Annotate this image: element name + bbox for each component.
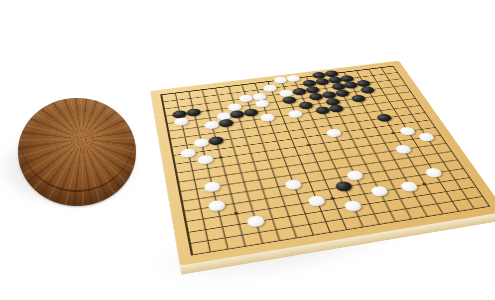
stone-black[interactable] <box>207 136 224 146</box>
stone-white[interactable] <box>345 169 365 180</box>
stone-white[interactable] <box>424 167 445 178</box>
hoshi-point <box>205 109 209 111</box>
stone-white[interactable] <box>173 117 189 126</box>
stone-black[interactable] <box>359 86 376 94</box>
stone-white[interactable] <box>284 178 303 190</box>
hoshi-point <box>307 144 312 147</box>
stone-black[interactable] <box>297 101 314 110</box>
stone-white[interactable] <box>259 113 276 122</box>
stone-black[interactable] <box>281 96 298 105</box>
stone-white[interactable] <box>398 126 417 136</box>
stone-white[interactable] <box>180 148 197 159</box>
stone-white[interactable] <box>394 144 413 154</box>
stone-black[interactable] <box>334 89 351 97</box>
stone-white[interactable] <box>325 128 343 138</box>
stone-white[interactable] <box>417 132 436 142</box>
stone-black[interactable] <box>376 113 394 122</box>
stone-white[interactable] <box>399 181 420 193</box>
stone-white[interactable] <box>307 195 327 207</box>
hoshi-point <box>218 156 223 159</box>
stone-white[interactable] <box>203 181 221 193</box>
stone-white[interactable] <box>197 154 214 165</box>
stone-white[interactable] <box>207 200 226 213</box>
stone-white[interactable] <box>193 138 210 148</box>
stone-white[interactable] <box>343 200 364 213</box>
hoshi-point <box>330 197 335 200</box>
stone-black[interactable] <box>350 94 367 103</box>
stone-white[interactable] <box>285 75 301 83</box>
stage <box>0 0 495 300</box>
go-board <box>150 61 495 266</box>
stone-black[interactable] <box>217 119 234 128</box>
stone-black[interactable] <box>328 104 345 113</box>
stone-white[interactable] <box>262 84 278 92</box>
stone-white[interactable] <box>245 215 265 228</box>
board-scene <box>128 0 492 292</box>
stone-black[interactable] <box>186 108 202 117</box>
stone-bowl <box>18 98 136 206</box>
hoshi-point <box>391 132 396 135</box>
hoshi-point <box>233 212 238 215</box>
stone-white[interactable] <box>254 99 270 108</box>
stone-white[interactable] <box>287 110 304 119</box>
hoshi-point <box>422 183 428 186</box>
stone-black[interactable] <box>243 108 260 117</box>
stone-white[interactable] <box>203 121 219 131</box>
stone-white[interactable] <box>369 185 390 197</box>
stone-black[interactable] <box>334 181 354 193</box>
